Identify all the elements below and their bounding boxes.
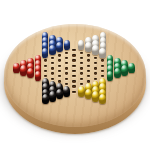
hole-empty[interactable] [58, 54, 61, 56]
peg-yellow[interactable] [78, 86, 85, 97]
peg-green[interactable] [121, 65, 128, 75]
hole-empty[interactable] [87, 70, 90, 72]
hole-empty[interactable] [101, 59, 104, 61]
hole-empty[interactable] [65, 72, 68, 74]
hole-empty[interactable] [58, 80, 61, 83]
hole-empty[interactable] [94, 62, 97, 64]
hole-empty[interactable] [65, 78, 68, 80]
hole-empty[interactable] [58, 59, 61, 61]
hole-empty[interactable] [101, 65, 104, 67]
hole-empty[interactable] [58, 70, 61, 72]
hole-empty[interactable] [101, 70, 104, 72]
hole-empty[interactable] [72, 70, 75, 72]
hole-empty[interactable] [87, 54, 90, 56]
hole-empty[interactable] [101, 75, 104, 77]
hole-empty[interactable] [94, 67, 97, 69]
hole-empty[interactable] [72, 49, 75, 51]
hole-empty[interactable] [51, 62, 54, 64]
hole-empty[interactable] [94, 78, 97, 80]
hole-empty[interactable] [87, 65, 90, 67]
hole-empty[interactable] [72, 54, 75, 56]
hole-empty[interactable] [72, 75, 75, 77]
peg-white[interactable] [78, 40, 85, 50]
chinese-checkers-photo [0, 0, 150, 150]
peg-red[interactable] [20, 65, 27, 75]
peg-red[interactable] [27, 68, 34, 78]
hole-empty[interactable] [65, 83, 68, 86]
hole-empty[interactable] [80, 83, 83, 86]
hole-empty[interactable] [65, 67, 68, 69]
hole-empty[interactable] [44, 59, 47, 61]
hole-empty[interactable] [72, 80, 75, 83]
hole-empty[interactable] [87, 59, 90, 61]
hole-empty[interactable] [65, 52, 68, 54]
peg-green[interactable] [107, 71, 114, 81]
peg-white[interactable] [99, 48, 106, 58]
hole-empty[interactable] [80, 52, 83, 54]
hole-empty[interactable] [72, 91, 75, 94]
hole-empty[interactable] [58, 65, 61, 67]
peg-yellow[interactable] [92, 91, 99, 102]
hole-empty[interactable] [65, 62, 68, 64]
hole-empty[interactable] [72, 85, 75, 88]
hole-empty[interactable] [44, 65, 47, 67]
hole-empty[interactable] [51, 67, 54, 69]
peg-red[interactable] [35, 71, 42, 81]
peg-black[interactable] [49, 91, 56, 102]
hole-empty[interactable] [51, 57, 54, 59]
peg-blue[interactable] [56, 42, 63, 52]
peg-layer [0, 0, 150, 150]
hole-empty[interactable] [65, 57, 68, 59]
peg-blue[interactable] [49, 45, 56, 55]
hole-empty[interactable] [44, 70, 47, 72]
hole-empty[interactable] [87, 80, 90, 83]
peg-white[interactable] [92, 45, 99, 55]
hole-empty[interactable] [72, 65, 75, 67]
peg-yellow[interactable] [85, 89, 92, 100]
hole-empty[interactable] [80, 62, 83, 64]
peg-blue[interactable] [42, 48, 49, 58]
peg-black[interactable] [42, 94, 49, 105]
peg-yellow[interactable] [99, 94, 106, 105]
hole-empty[interactable] [80, 78, 83, 80]
peg-white[interactable] [85, 42, 92, 52]
hole-empty[interactable] [44, 75, 47, 77]
peg-black[interactable] [56, 89, 63, 100]
peg-blue[interactable] [64, 40, 71, 50]
peg-black[interactable] [63, 86, 70, 97]
hole-empty[interactable] [72, 59, 75, 61]
hole-empty[interactable] [51, 72, 54, 74]
hole-empty[interactable] [80, 67, 83, 69]
hole-empty[interactable] [58, 75, 61, 77]
hole-empty[interactable] [94, 72, 97, 74]
hole-empty[interactable] [94, 57, 97, 59]
peg-green[interactable] [128, 63, 135, 73]
hole-empty[interactable] [80, 72, 83, 74]
hole-empty[interactable] [51, 78, 54, 80]
hole-empty[interactable] [87, 75, 90, 77]
peg-red[interactable] [13, 63, 20, 73]
hole-empty[interactable] [80, 57, 83, 59]
peg-green[interactable] [114, 68, 121, 78]
